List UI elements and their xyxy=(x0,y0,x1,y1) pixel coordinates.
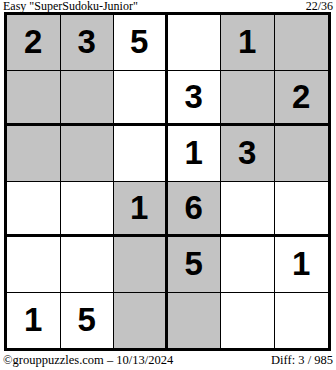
cell-r6c6[interactable] xyxy=(275,293,329,349)
cell-r6c5[interactable] xyxy=(221,293,275,349)
cell-r5c6: 1 xyxy=(275,237,329,293)
cell-r6c1: 1 xyxy=(7,293,61,349)
cell-r6c2: 5 xyxy=(61,293,115,349)
cell-r1c1: 2 xyxy=(7,15,61,71)
cell-r3c3[interactable] xyxy=(114,126,168,182)
cell-r1c3: 5 xyxy=(114,15,168,71)
cell-r1c5: 1 xyxy=(221,15,275,71)
cell-r2c3[interactable] xyxy=(114,71,168,127)
cell-r1c4[interactable] xyxy=(168,15,222,71)
cell-r3c2[interactable] xyxy=(61,126,115,182)
cell-r3c1[interactable] xyxy=(7,126,61,182)
cell-r5c1[interactable] xyxy=(7,237,61,293)
cell-r2c6: 2 xyxy=(275,71,329,127)
puzzle-title: Easy "SuperSudoku-Junior" xyxy=(3,0,138,12)
cell-r6c4[interactable] xyxy=(168,293,222,349)
difficulty-text: Diff: 3 / 985 xyxy=(271,353,333,367)
cell-r4c4: 6 xyxy=(168,182,222,238)
cell-r4c2[interactable] xyxy=(61,182,115,238)
cell-r4c6[interactable] xyxy=(275,182,329,238)
cell-r1c2: 3 xyxy=(61,15,115,71)
cell-r4c3: 1 xyxy=(114,182,168,238)
cell-r5c5[interactable] xyxy=(221,237,275,293)
copyright-text: ©grouppuzzles.com – 10/13/2024 xyxy=(3,353,173,367)
cell-r5c3[interactable] xyxy=(114,237,168,293)
cell-r4c5[interactable] xyxy=(221,182,275,238)
puzzle-counter: 22/36 xyxy=(306,0,333,12)
cell-r2c1[interactable] xyxy=(7,71,61,127)
cell-r2c5[interactable] xyxy=(221,71,275,127)
cell-r3c6[interactable] xyxy=(275,126,329,182)
cell-r4c1[interactable] xyxy=(7,182,61,238)
cell-r3c5: 3 xyxy=(221,126,275,182)
cell-r1c6[interactable] xyxy=(275,15,329,71)
footer: ©grouppuzzles.com – 10/13/2024 Diff: 3 /… xyxy=(0,353,336,367)
cell-r5c4: 5 xyxy=(168,237,222,293)
cell-r6c3[interactable] xyxy=(114,293,168,349)
sudoku-board: 23513213165115 xyxy=(4,12,331,351)
cell-r3c4: 1 xyxy=(168,126,222,182)
cell-r2c2[interactable] xyxy=(61,71,115,127)
cell-r5c2[interactable] xyxy=(61,237,115,293)
cell-r2c4: 3 xyxy=(168,71,222,127)
header: Easy "SuperSudoku-Junior" 22/36 xyxy=(0,0,336,12)
